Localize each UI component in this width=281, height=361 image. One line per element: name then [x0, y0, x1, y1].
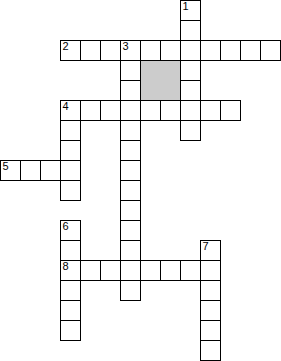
cell-r13c4[interactable] [80, 260, 101, 281]
cell-r13c6[interactable] [120, 260, 141, 281]
cell-r5c3[interactable]: 4 [60, 100, 81, 121]
cell-r8c0[interactable]: 5 [0, 160, 21, 181]
cell-r3c6[interactable] [120, 60, 141, 81]
cell-r2c13[interactable] [260, 40, 281, 61]
cell-r9c6[interactable] [120, 180, 141, 201]
cell-r15c10[interactable] [200, 300, 221, 321]
cell-r5c6[interactable] [120, 100, 141, 121]
cell-r13c5[interactable] [100, 260, 121, 281]
cell-r5c10[interactable] [200, 100, 221, 121]
clue-number-4: 4 [63, 101, 69, 111]
cell-r14c3[interactable] [60, 280, 81, 301]
cell-r8c6[interactable] [120, 160, 141, 181]
cell-r11c6[interactable] [120, 220, 141, 241]
clue-number-8: 8 [63, 261, 69, 271]
cell-r2c7[interactable] [140, 40, 161, 61]
cell-r2c9[interactable] [180, 40, 201, 61]
clue-number-5: 5 [3, 161, 9, 171]
cell-r15c3[interactable] [60, 300, 81, 321]
clue-number-1: 1 [183, 1, 189, 11]
cell-r2c4[interactable] [80, 40, 101, 61]
cell-r6c6[interactable] [120, 120, 141, 141]
cell-r17c10[interactable] [200, 340, 221, 361]
clue-number-6: 6 [63, 221, 69, 231]
cell-r2c6[interactable]: 3 [120, 40, 141, 61]
cell-r16c3[interactable] [60, 320, 81, 341]
cell-r12c6[interactable] [120, 240, 141, 261]
cell-r8c3[interactable] [60, 160, 81, 181]
cell-r1c9[interactable] [180, 20, 201, 41]
cell-r5c4[interactable] [80, 100, 101, 121]
cell-r13c9[interactable] [180, 260, 201, 281]
cell-r7c6[interactable] [120, 140, 141, 161]
cell-r2c12[interactable] [240, 40, 261, 61]
clue-number-3: 3 [123, 41, 129, 51]
cell-r6c9[interactable] [180, 120, 201, 141]
cell-r14c10[interactable] [200, 280, 221, 301]
cell-r13c3[interactable]: 8 [60, 260, 81, 281]
cell-r9c3[interactable] [60, 180, 81, 201]
cell-r3c9[interactable] [180, 60, 201, 81]
cell-r2c11[interactable] [220, 40, 241, 61]
cell-r2c8[interactable] [160, 40, 181, 61]
cell-r16c10[interactable] [200, 320, 221, 341]
cell-r13c7[interactable] [140, 260, 161, 281]
cell-r0c9[interactable]: 1 [180, 0, 201, 21]
cell-r8c1[interactable] [20, 160, 41, 181]
cell-r8c2[interactable] [40, 160, 61, 181]
cell-r5c7[interactable] [140, 100, 161, 121]
cell-r5c11[interactable] [220, 100, 241, 121]
cell-r13c8[interactable] [160, 260, 181, 281]
cell-r4c6[interactable] [120, 80, 141, 101]
clue-number-7: 7 [203, 241, 209, 251]
cell-r5c5[interactable] [100, 100, 121, 121]
cell-r14c6[interactable] [120, 280, 141, 301]
cell-r12c10[interactable]: 7 [200, 240, 221, 261]
cell-r10c6[interactable] [120, 200, 141, 221]
cell-r2c10[interactable] [200, 40, 221, 61]
cell-r2c3[interactable]: 2 [60, 40, 81, 61]
cell-r5c8[interactable] [160, 100, 181, 121]
cell-r5c9[interactable] [180, 100, 201, 121]
cell-r4c9[interactable] [180, 80, 201, 101]
crossword-grid: 12345678 [0, 0, 281, 361]
cell-r6c3[interactable] [60, 120, 81, 141]
clue-number-2: 2 [63, 41, 69, 51]
image-block [140, 60, 181, 101]
crossword-page: 12345678 [0, 0, 281, 361]
cell-r12c3[interactable] [60, 240, 81, 261]
cell-r7c3[interactable] [60, 140, 81, 161]
cell-r2c5[interactable] [100, 40, 121, 61]
cell-r11c3[interactable]: 6 [60, 220, 81, 241]
cell-r13c10[interactable] [200, 260, 221, 281]
